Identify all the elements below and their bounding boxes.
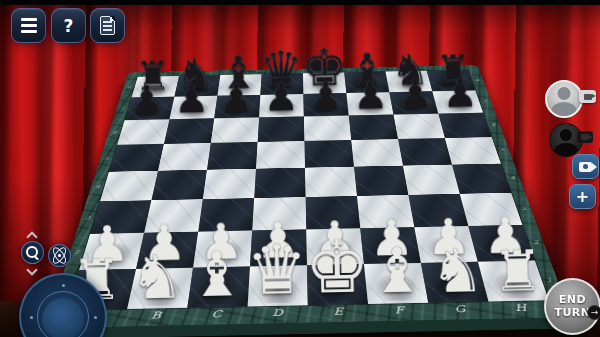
board-square[interactable]: ♟ [346, 92, 393, 115]
piece-black-pawn[interactable]: ♟ [442, 73, 478, 113]
board-square[interactable] [398, 138, 452, 166]
file-label: D [247, 307, 309, 323]
magnifier-icon [26, 246, 39, 259]
piece-black-pawn[interactable]: ♟ [398, 74, 434, 114]
board-square[interactable] [151, 170, 207, 201]
orbit-icon [50, 246, 69, 265]
white-player-camera-button[interactable] [579, 90, 596, 103]
board-square[interactable] [305, 167, 357, 197]
board-square[interactable] [203, 169, 256, 199]
board-square[interactable] [354, 166, 408, 196]
board-square[interactable] [207, 142, 258, 170]
end-turn-label-line1: END [559, 294, 586, 307]
board-square[interactable] [438, 113, 491, 138]
board-square[interactable] [254, 168, 305, 198]
piece-white-bishop[interactable]: ♝ [369, 239, 426, 302]
piece-white-rook[interactable]: ♜ [492, 243, 543, 300]
notes-button[interactable] [90, 8, 125, 43]
piece-black-pawn[interactable]: ♟ [308, 76, 344, 116]
board-square[interactable] [351, 139, 403, 167]
camera-icon [584, 94, 592, 100]
camera-icon [581, 134, 589, 140]
piece-white-king[interactable]: ♚ [304, 230, 370, 303]
board-square[interactable]: ♝ [187, 266, 250, 307]
board-square[interactable]: ♟ [389, 91, 438, 114]
question-mark-icon: ? [64, 16, 74, 36]
help-button[interactable]: ? [51, 8, 86, 43]
video-camera-icon [579, 162, 592, 172]
black-player-camera-button[interactable] [577, 131, 593, 143]
board-square[interactable]: ♟ [432, 90, 483, 113]
board-square[interactable] [158, 143, 211, 171]
board-square[interactable]: ♜ [478, 261, 549, 302]
piece-black-pawn[interactable]: ♟ [129, 80, 165, 120]
board-square[interactable] [304, 140, 354, 168]
board-square[interactable] [445, 137, 501, 165]
board-square[interactable]: ♚ [307, 264, 368, 305]
hamburger-icon [21, 18, 37, 33]
chess-board[interactable]: ♜♞♝♛♚♝♞♜♟♟♟♟♟♟♟♟♟♟♟♟♟♟♟♟♜♞♝♛♚♝♞♜ ABCDEFG… [45, 65, 571, 328]
board-square[interactable] [304, 116, 351, 141]
file-label: E [308, 305, 370, 321]
board-square[interactable] [349, 115, 398, 140]
top-letterbox-bar [0, 0, 600, 5]
person-icon [558, 87, 571, 100]
plus-icon: + [576, 189, 589, 205]
file-label: B [124, 309, 188, 325]
piece-white-bishop[interactable]: ♝ [188, 243, 245, 306]
joystick-dots [62, 316, 65, 319]
board-grid[interactable]: ♜♞♝♛♚♝♞♜♟♟♟♟♟♟♟♟♟♟♟♟♟♟♟♟♜♞♝♛♚♝♞♜ [67, 70, 549, 311]
add-camera-button[interactable]: + [569, 184, 596, 209]
board-square[interactable]: ♞ [421, 262, 489, 303]
end-turn-label-line2: TURN [554, 307, 590, 320]
file-label: G [429, 303, 493, 319]
board-square[interactable]: ♟ [214, 95, 260, 118]
record-camera-button[interactable] [572, 154, 599, 179]
board-square[interactable]: ♟ [303, 93, 348, 116]
board-square[interactable]: ♝ [364, 263, 428, 304]
board-square[interactable] [100, 171, 158, 202]
board-square[interactable]: ♛ [248, 265, 308, 306]
piece-white-knight[interactable]: ♞ [129, 246, 184, 307]
document-icon [100, 16, 115, 35]
end-turn-arrow-badge[interactable]: → [587, 305, 600, 320]
arrow-right-icon: → [591, 308, 599, 317]
board-square[interactable]: ♟ [259, 94, 304, 117]
board-square[interactable] [211, 117, 259, 142]
board-square[interactable] [394, 114, 445, 139]
board-square[interactable] [256, 141, 305, 169]
file-label: F [368, 304, 431, 320]
file-label: C [185, 308, 247, 324]
piece-black-pawn[interactable]: ♟ [353, 75, 389, 115]
board-square[interactable] [452, 164, 511, 194]
board-square[interactable]: ♟ [169, 96, 217, 119]
zoom-button[interactable] [21, 241, 44, 264]
board-square[interactable] [258, 116, 305, 141]
board-square[interactable]: ♟ [125, 97, 175, 121]
piece-black-pawn[interactable]: ♟ [219, 78, 255, 118]
white-player-avatar[interactable] [545, 80, 583, 118]
piece-black-pawn[interactable]: ♟ [174, 79, 210, 119]
board-square[interactable]: ♞ [127, 268, 193, 309]
orbit-button[interactable] [48, 244, 71, 267]
person-icon [560, 129, 572, 141]
board-square[interactable] [164, 118, 214, 144]
piece-white-queen[interactable]: ♛ [246, 236, 309, 305]
board-square[interactable] [109, 144, 164, 172]
piece-black-pawn[interactable]: ♟ [263, 77, 299, 117]
board-square[interactable] [117, 119, 169, 145]
menu-button[interactable] [11, 8, 46, 43]
piece-white-knight[interactable]: ♞ [430, 240, 485, 301]
board-square[interactable] [403, 165, 460, 195]
